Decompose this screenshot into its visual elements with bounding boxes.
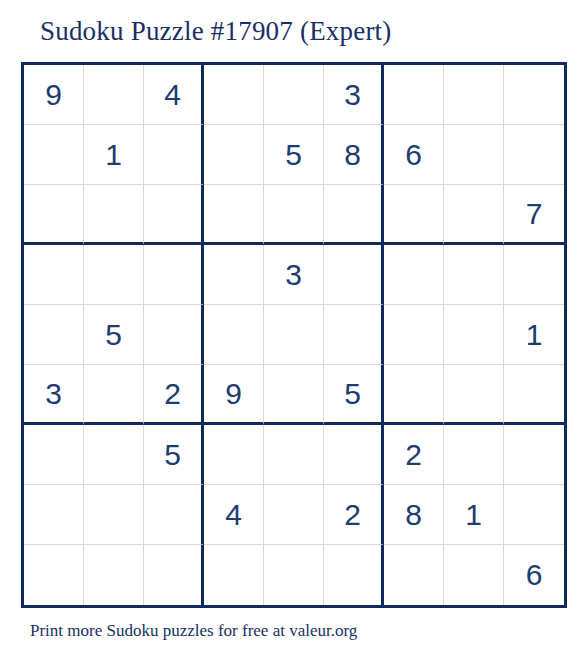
given-digit: 1 bbox=[105, 138, 122, 172]
cell-r5c7 bbox=[384, 305, 444, 365]
cell-r6c9 bbox=[504, 365, 564, 425]
cell-r6c4: 9 bbox=[204, 365, 264, 425]
cell-r6c8 bbox=[444, 365, 504, 425]
cell-r1c9 bbox=[504, 65, 564, 125]
sudoku-page: Sudoku Puzzle #17907 (Expert) 9431586735… bbox=[0, 0, 580, 651]
cell-r7c5 bbox=[264, 425, 324, 485]
cell-r2c8 bbox=[444, 125, 504, 185]
cell-r5c9: 1 bbox=[504, 305, 564, 365]
cell-r4c5: 3 bbox=[264, 245, 324, 305]
cell-r5c6 bbox=[324, 305, 384, 365]
cell-r5c3 bbox=[144, 305, 204, 365]
cell-r3c6 bbox=[324, 185, 384, 245]
cell-r4c2 bbox=[84, 245, 144, 305]
cell-r9c7 bbox=[384, 545, 444, 605]
cell-r9c1 bbox=[24, 545, 84, 605]
cell-r3c3 bbox=[144, 185, 204, 245]
cell-r4c1 bbox=[24, 245, 84, 305]
cell-r4c7 bbox=[384, 245, 444, 305]
cell-r2c2: 1 bbox=[84, 125, 144, 185]
given-digit: 5 bbox=[285, 138, 302, 172]
cell-r2c5: 5 bbox=[264, 125, 324, 185]
cell-r9c9: 6 bbox=[504, 545, 564, 605]
cell-r8c2 bbox=[84, 485, 144, 545]
cell-r4c3 bbox=[144, 245, 204, 305]
cell-r9c6 bbox=[324, 545, 384, 605]
cell-r1c7 bbox=[384, 65, 444, 125]
cell-r8c8: 1 bbox=[444, 485, 504, 545]
cell-r6c6: 5 bbox=[324, 365, 384, 425]
given-digit: 9 bbox=[225, 377, 242, 411]
given-digit: 8 bbox=[344, 138, 361, 172]
cell-r9c4 bbox=[204, 545, 264, 605]
cell-r3c2 bbox=[84, 185, 144, 245]
cell-r1c4 bbox=[204, 65, 264, 125]
cell-r5c8 bbox=[444, 305, 504, 365]
given-digit: 6 bbox=[526, 558, 543, 592]
given-digit: 6 bbox=[405, 138, 422, 172]
cell-r4c6 bbox=[324, 245, 384, 305]
cell-r9c3 bbox=[144, 545, 204, 605]
cell-r8c4: 4 bbox=[204, 485, 264, 545]
cell-r7c6 bbox=[324, 425, 384, 485]
given-digit: 1 bbox=[526, 318, 543, 352]
cell-r7c4 bbox=[204, 425, 264, 485]
cell-r3c1 bbox=[24, 185, 84, 245]
given-digit: 1 bbox=[465, 498, 482, 532]
cell-r6c5 bbox=[264, 365, 324, 425]
cell-r2c1 bbox=[24, 125, 84, 185]
cell-r7c2 bbox=[84, 425, 144, 485]
given-digit: 4 bbox=[225, 498, 242, 532]
cell-r8c6: 2 bbox=[324, 485, 384, 545]
cell-r6c2 bbox=[84, 365, 144, 425]
cell-r2c9 bbox=[504, 125, 564, 185]
given-digit: 5 bbox=[105, 318, 122, 352]
cell-r6c1: 3 bbox=[24, 365, 84, 425]
given-digit: 2 bbox=[164, 377, 181, 411]
cell-r5c5 bbox=[264, 305, 324, 365]
cell-r1c1: 9 bbox=[24, 65, 84, 125]
footer-text: Print more Sudoku puzzles for free at va… bbox=[0, 608, 580, 641]
cell-r5c2: 5 bbox=[84, 305, 144, 365]
cell-r2c3 bbox=[144, 125, 204, 185]
given-digit: 5 bbox=[344, 377, 361, 411]
cell-r6c3: 2 bbox=[144, 365, 204, 425]
cell-r8c5 bbox=[264, 485, 324, 545]
cell-r5c1 bbox=[24, 305, 84, 365]
cell-r1c8 bbox=[444, 65, 504, 125]
cell-r1c5 bbox=[264, 65, 324, 125]
cell-r4c9 bbox=[504, 245, 564, 305]
given-digit: 3 bbox=[344, 78, 361, 112]
cell-r9c2 bbox=[84, 545, 144, 605]
cell-r7c7: 2 bbox=[384, 425, 444, 485]
given-digit: 3 bbox=[45, 377, 62, 411]
cell-r7c8 bbox=[444, 425, 504, 485]
cell-r9c8 bbox=[444, 545, 504, 605]
cell-r3c9: 7 bbox=[504, 185, 564, 245]
cell-r3c4 bbox=[204, 185, 264, 245]
cell-r2c4 bbox=[204, 125, 264, 185]
cell-r8c7: 8 bbox=[384, 485, 444, 545]
given-digit: 9 bbox=[45, 78, 62, 112]
cell-r7c9 bbox=[504, 425, 564, 485]
cell-r1c3: 4 bbox=[144, 65, 204, 125]
cell-r4c8 bbox=[444, 245, 504, 305]
cell-r3c5 bbox=[264, 185, 324, 245]
cell-r8c9 bbox=[504, 485, 564, 545]
given-digit: 2 bbox=[405, 438, 422, 472]
cell-r5c4 bbox=[204, 305, 264, 365]
cell-r1c6: 3 bbox=[324, 65, 384, 125]
given-digit: 2 bbox=[344, 498, 361, 532]
cell-r6c7 bbox=[384, 365, 444, 425]
given-digit: 8 bbox=[405, 498, 422, 532]
cell-r8c1 bbox=[24, 485, 84, 545]
cell-r4c4 bbox=[204, 245, 264, 305]
cell-r7c3: 5 bbox=[144, 425, 204, 485]
cell-r7c1 bbox=[24, 425, 84, 485]
cell-r2c6: 8 bbox=[324, 125, 384, 185]
cell-r2c7: 6 bbox=[384, 125, 444, 185]
given-digit: 4 bbox=[164, 78, 181, 112]
cell-r8c3 bbox=[144, 485, 204, 545]
given-digit: 3 bbox=[285, 258, 302, 292]
cell-r9c5 bbox=[264, 545, 324, 605]
given-digit: 5 bbox=[164, 438, 181, 472]
cell-r3c7 bbox=[384, 185, 444, 245]
cell-r1c2 bbox=[84, 65, 144, 125]
given-digit: 7 bbox=[526, 197, 543, 231]
page-title: Sudoku Puzzle #17907 (Expert) bbox=[0, 0, 580, 46]
sudoku-grid: 9431586735132955242816 bbox=[21, 62, 567, 608]
cell-r3c8 bbox=[444, 185, 504, 245]
